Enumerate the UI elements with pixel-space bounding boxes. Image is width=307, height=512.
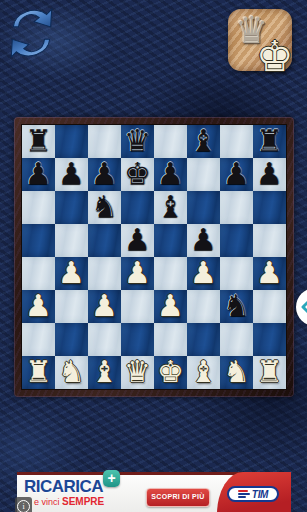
square-b4[interactable]: ♟ bbox=[55, 257, 88, 290]
square-b7[interactable]: ♟ bbox=[55, 158, 88, 191]
black-pawn: ♟ bbox=[22, 158, 55, 191]
white-rook: ♜ bbox=[22, 356, 55, 389]
square-c5[interactable] bbox=[88, 224, 121, 257]
black-knight: ♞ bbox=[88, 191, 121, 224]
white-king: ♚ bbox=[154, 356, 187, 389]
square-h7[interactable]: ♟ bbox=[253, 158, 286, 191]
square-d6[interactable] bbox=[121, 191, 154, 224]
square-e8[interactable] bbox=[154, 125, 187, 158]
black-king: ♚ bbox=[121, 158, 154, 191]
square-c3[interactable]: ♟ bbox=[88, 290, 121, 323]
black-pawn: ♟ bbox=[154, 158, 187, 191]
square-f1[interactable]: ♝ bbox=[187, 356, 220, 389]
square-b8[interactable] bbox=[55, 125, 88, 158]
square-f7[interactable] bbox=[187, 158, 220, 191]
ad-tagline-prefix: e vinci bbox=[34, 497, 62, 507]
square-g2[interactable] bbox=[220, 323, 253, 356]
square-b3[interactable] bbox=[55, 290, 88, 323]
ad-tagline-emphasis: SEMPRE bbox=[62, 496, 104, 507]
square-g3[interactable]: ♞ bbox=[220, 290, 253, 323]
square-a3[interactable]: ♟ bbox=[22, 290, 55, 323]
square-f4[interactable]: ♟ bbox=[187, 257, 220, 290]
ad-tagline: e vinci SEMPRE bbox=[34, 496, 104, 507]
square-d3[interactable] bbox=[121, 290, 154, 323]
square-e2[interactable] bbox=[154, 323, 187, 356]
square-d7[interactable]: ♚ bbox=[121, 158, 154, 191]
square-h6[interactable] bbox=[253, 191, 286, 224]
black-pawn: ♟ bbox=[220, 158, 253, 191]
square-e6[interactable]: ♝ bbox=[154, 191, 187, 224]
ad-cta-button[interactable]: SCOPRI DI PIÙ bbox=[146, 488, 210, 507]
square-a1[interactable]: ♜ bbox=[22, 356, 55, 389]
board-frame: ♜♛♝♜♟♟♟♚♟♟♟♞♝♟♟♟♟♟♟♟♟♟♞♜♞♝♛♚♝♞♜ bbox=[14, 117, 294, 397]
white-pawn: ♟ bbox=[22, 290, 55, 323]
black-pawn: ♟ bbox=[187, 224, 220, 257]
black-pawn: ♟ bbox=[55, 158, 88, 191]
black-pawn: ♟ bbox=[121, 224, 154, 257]
square-g7[interactable]: ♟ bbox=[220, 158, 253, 191]
square-h3[interactable] bbox=[253, 290, 286, 323]
square-c8[interactable] bbox=[88, 125, 121, 158]
square-c6[interactable]: ♞ bbox=[88, 191, 121, 224]
ad-brand-text: RICARICA bbox=[24, 477, 103, 497]
square-b5[interactable] bbox=[55, 224, 88, 257]
white-pawn: ♟ bbox=[88, 290, 121, 323]
drawer-handle[interactable] bbox=[296, 288, 307, 326]
square-g4[interactable] bbox=[220, 257, 253, 290]
square-b6[interactable] bbox=[55, 191, 88, 224]
black-queen: ♛ bbox=[121, 125, 154, 158]
square-a4[interactable] bbox=[22, 257, 55, 290]
square-a6[interactable] bbox=[22, 191, 55, 224]
square-e3[interactable]: ♟ bbox=[154, 290, 187, 323]
app-screen: ♛ ♚ ♜♛♝♜♟♟♟♚♟♟♟♞♝♟♟♟♟♟♟♟♟♟♞♜♞♝♛♚♝♞♜ RICA… bbox=[0, 0, 307, 512]
square-d8[interactable]: ♛ bbox=[121, 125, 154, 158]
square-c7[interactable]: ♟ bbox=[88, 158, 121, 191]
square-e5[interactable] bbox=[154, 224, 187, 257]
white-king-turn-icon: ♚ bbox=[256, 34, 294, 80]
black-pawn: ♟ bbox=[253, 158, 286, 191]
white-pawn: ♟ bbox=[154, 290, 187, 323]
square-e1[interactable]: ♚ bbox=[154, 356, 187, 389]
white-pawn: ♟ bbox=[121, 257, 154, 290]
square-d1[interactable]: ♛ bbox=[121, 356, 154, 389]
square-e7[interactable]: ♟ bbox=[154, 158, 187, 191]
square-g1[interactable]: ♞ bbox=[220, 356, 253, 389]
white-pawn: ♟ bbox=[55, 257, 88, 290]
square-f5[interactable]: ♟ bbox=[187, 224, 220, 257]
ad-logo-panel: TIM bbox=[217, 472, 291, 512]
black-rook: ♜ bbox=[22, 125, 55, 158]
ad-info-button[interactable]: i bbox=[15, 497, 32, 512]
square-h1[interactable]: ♜ bbox=[253, 356, 286, 389]
square-f8[interactable]: ♝ bbox=[187, 125, 220, 158]
square-b1[interactable]: ♞ bbox=[55, 356, 88, 389]
white-knight: ♞ bbox=[220, 356, 253, 389]
board: ♜♛♝♜♟♟♟♚♟♟♟♞♝♟♟♟♟♟♟♟♟♟♞♜♞♝♛♚♝♞♜ bbox=[22, 125, 286, 389]
info-icon: i bbox=[17, 500, 30, 512]
square-d4[interactable]: ♟ bbox=[121, 257, 154, 290]
square-d5[interactable]: ♟ bbox=[121, 224, 154, 257]
square-g6[interactable] bbox=[220, 191, 253, 224]
square-d2[interactable] bbox=[121, 323, 154, 356]
square-f6[interactable] bbox=[187, 191, 220, 224]
square-f2[interactable] bbox=[187, 323, 220, 356]
tim-emblem-icon bbox=[238, 490, 250, 498]
square-h8[interactable]: ♜ bbox=[253, 125, 286, 158]
black-bishop: ♝ bbox=[187, 125, 220, 158]
square-h2[interactable] bbox=[253, 323, 286, 356]
white-pawn: ♟ bbox=[253, 257, 286, 290]
white-bishop: ♝ bbox=[88, 356, 121, 389]
square-b2[interactable] bbox=[55, 323, 88, 356]
white-bishop: ♝ bbox=[187, 356, 220, 389]
sync-arrows-icon bbox=[4, 2, 60, 58]
tim-logo-text: TIM bbox=[252, 489, 268, 500]
white-rook: ♜ bbox=[253, 356, 286, 389]
tim-logo: TIM bbox=[227, 486, 279, 502]
chevron-left-icon bbox=[299, 298, 307, 316]
plus-badge-icon: + bbox=[103, 470, 120, 487]
black-pawn: ♟ bbox=[88, 158, 121, 191]
square-e4[interactable] bbox=[154, 257, 187, 290]
square-c4[interactable] bbox=[88, 257, 121, 290]
square-a5[interactable] bbox=[22, 224, 55, 257]
square-h5[interactable] bbox=[253, 224, 286, 257]
square-a8[interactable]: ♜ bbox=[22, 125, 55, 158]
square-c2[interactable] bbox=[88, 323, 121, 356]
square-a7[interactable]: ♟ bbox=[22, 158, 55, 191]
refresh-button[interactable] bbox=[4, 2, 60, 58]
white-knight: ♞ bbox=[55, 356, 88, 389]
black-rook: ♜ bbox=[253, 125, 286, 158]
black-knight: ♞ bbox=[220, 290, 253, 323]
ad-banner[interactable]: RICARICA + e vinci SEMPRE SCOPRI DI PIÙ … bbox=[17, 472, 291, 512]
square-c1[interactable]: ♝ bbox=[88, 356, 121, 389]
square-f3[interactable] bbox=[187, 290, 220, 323]
white-queen: ♛ bbox=[121, 356, 154, 389]
white-pawn: ♟ bbox=[187, 257, 220, 290]
square-g8[interactable] bbox=[220, 125, 253, 158]
square-g5[interactable] bbox=[220, 224, 253, 257]
square-h4[interactable]: ♟ bbox=[253, 257, 286, 290]
black-bishop: ♝ bbox=[154, 191, 187, 224]
square-a2[interactable] bbox=[22, 323, 55, 356]
